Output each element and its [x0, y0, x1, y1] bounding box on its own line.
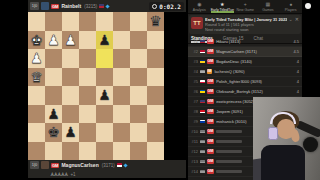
square-h2[interactable]: ♚ — [28, 31, 45, 50]
top-player-avatar[interactable] — [41, 2, 49, 10]
row-rank: #9 — [190, 119, 198, 124]
square-g7[interactable]: ♚ — [45, 123, 62, 142]
square-f1[interactable] — [62, 12, 79, 31]
row-flag-icon — [200, 140, 205, 143]
tournament-info: Early Titled Tuesday Blitz | January 31 … — [205, 17, 287, 32]
square-h3[interactable]: ♟ — [28, 49, 45, 68]
square-c5[interactable] — [113, 86, 130, 105]
square-h4[interactable]: ♛ — [28, 68, 45, 87]
square-f3[interactable] — [62, 49, 79, 68]
row-title-badge: IM — [207, 69, 213, 74]
row-title-badge: GM — [207, 109, 215, 114]
square-g3[interactable] — [45, 49, 62, 68]
row-rank: #14 — [190, 169, 198, 174]
row-score: 4 — [297, 89, 299, 94]
row-rank: #6 — [190, 89, 198, 94]
row-title-badge: GM — [207, 79, 215, 84]
row-player-name[interactable]: MagnusCarlsen (3171) — [216, 49, 291, 54]
square-f6[interactable] — [62, 105, 79, 124]
tournament-card-actions: ⌄ ✕ — [289, 17, 299, 22]
square-c3[interactable] — [113, 49, 130, 68]
row-title-badge: GM — [207, 119, 215, 124]
webcam-overlay — [253, 97, 320, 180]
square-d5[interactable]: ♟ — [96, 86, 113, 105]
row-title-badge: GM — [207, 149, 215, 154]
tab-label: Games — [262, 8, 273, 12]
bottom-player-gem-icon — [123, 163, 127, 167]
square-d6[interactable] — [96, 105, 113, 124]
standings-row-4[interactable]: #4IMlachesisQ (3090)4 — [188, 67, 302, 77]
top-clock-time: 0:02.2 — [159, 3, 181, 10]
square-d2[interactable]: ♟ — [96, 31, 113, 50]
row-title-badge: GM — [207, 139, 215, 144]
close-icon[interactable]: ✕ — [295, 17, 299, 22]
tab-icon: ◉ — [197, 2, 201, 7]
sidebar-tab-new-game[interactable]: +New Game — [234, 0, 257, 13]
row-rank: #7 — [190, 99, 198, 104]
square-f4[interactable] — [62, 68, 79, 87]
tab-label: New Game — [237, 8, 255, 12]
captured-pawn-icons: ♙♙♙♙♙ — [50, 171, 67, 177]
stream-frame: 1|0 GM Rainbelt (3215) 0:02.2 ♛♚♟♟♟♟♛♟♟♚… — [0, 0, 320, 180]
row-title-badge: GM — [207, 129, 215, 134]
square-f8[interactable] — [62, 142, 79, 161]
bottom-player-name[interactable]: MagnusCarlsen — [61, 162, 98, 168]
black-pawn-f7[interactable]: ♟ — [64, 123, 77, 142]
white-pawn-g2[interactable]: ♟ — [47, 31, 60, 50]
row-flag-icon — [200, 70, 205, 73]
row-flag-icon — [200, 110, 205, 113]
black-pawn-d5[interactable]: ♟ — [98, 86, 111, 105]
square-e7[interactable] — [79, 123, 96, 142]
square-c2[interactable] — [113, 31, 130, 50]
collapse-icon[interactable]: ⌄ — [289, 17, 293, 22]
square-g1[interactable] — [45, 12, 62, 31]
square-f7[interactable]: ♟ — [62, 123, 79, 142]
square-c1[interactable] — [113, 12, 130, 31]
row-title-badge: GM — [207, 169, 215, 174]
tab-icon: ▦ — [266, 2, 271, 7]
white-pawn-f2[interactable]: ♟ — [64, 31, 77, 50]
tournament-icon: TT — [191, 17, 203, 29]
standings-row-5[interactable]: #5GMPolish_fighter3000 (3093)4 — [188, 77, 302, 87]
tab-label: Early TitledTue — [211, 8, 234, 12]
tab-icon: ● — [289, 2, 292, 7]
square-h5[interactable] — [28, 86, 45, 105]
row-rank: #5 — [190, 79, 198, 84]
row-player-name[interactable]: Polish_fighter3000 (3093) — [216, 79, 295, 84]
row-flag-icon — [200, 160, 205, 163]
square-g5[interactable] — [45, 86, 62, 105]
black-pawn-d2[interactable]: ♟ — [98, 31, 111, 50]
tab-icon: ★ — [220, 2, 224, 7]
streamer-jacket — [261, 145, 305, 180]
top-player-bar: 1|0 GM Rainbelt (3215) 0:02.2 — [28, 0, 186, 12]
row-flag-icon — [200, 50, 205, 53]
square-c8[interactable] — [113, 142, 130, 161]
white-king-h2[interactable]: ♚ — [30, 31, 43, 50]
square-g4[interactable] — [45, 68, 62, 87]
square-e6[interactable] — [79, 105, 96, 124]
square-c6[interactable] — [113, 105, 130, 124]
row-flag-icon — [200, 60, 205, 63]
row-rank: #1 — [190, 39, 198, 44]
overlay-dot-icon — [305, 3, 311, 9]
standings-row-2[interactable]: #2GMMagnusCarlsen (3171)4.5 — [188, 47, 302, 57]
square-b3[interactable] — [130, 49, 147, 68]
square-b4[interactable] — [130, 68, 147, 87]
sidebar-tab-games[interactable]: ▦Games — [257, 0, 280, 13]
row-rank: #10 — [190, 129, 198, 134]
square-g8[interactable] — [45, 142, 62, 161]
sidebar-tab-analysis[interactable]: ◉Analysis — [188, 0, 211, 13]
row-title-badge: GM — [207, 59, 215, 64]
square-e3[interactable] — [79, 49, 96, 68]
row-rank: #2 — [190, 49, 198, 54]
bottom-player-title-badge: GM — [51, 163, 59, 168]
row-flag-icon — [200, 40, 205, 43]
row-score: 4 — [297, 59, 299, 64]
row-title-badge: GM — [207, 89, 215, 94]
square-b5[interactable] — [130, 86, 147, 105]
row-score: 4 — [297, 69, 299, 74]
tab-icon: + — [244, 2, 247, 7]
tournament-card[interactable]: TT Early Titled Tuesday Blitz | January … — [189, 15, 301, 34]
row-player-name[interactable]: Hikaru (3313) — [216, 39, 291, 44]
row-flag-icon — [200, 80, 205, 83]
row-score: 4.5 — [293, 49, 299, 54]
row-flag-icon — [200, 170, 205, 173]
square-b8[interactable] — [130, 142, 147, 161]
row-flag-icon — [200, 90, 205, 93]
square-a6[interactable] — [147, 105, 164, 124]
top-player-rating: (3215) — [84, 4, 97, 9]
chess-board[interactable]: ♛♚♟♟♟♟♛♟♟♚♟ — [28, 12, 164, 160]
row-title-badge: GM — [207, 159, 215, 164]
standings-row-6[interactable]: #6GMOleksandr_Bortnyk (3152)4 — [188, 87, 302, 97]
row-rank: #4 — [190, 69, 198, 74]
square-h6[interactable] — [28, 105, 45, 124]
tournament-status: Next round starting soon — [205, 27, 287, 32]
square-d7[interactable] — [96, 123, 113, 142]
standings-row-1[interactable]: #1GMHikaru (3313)4.5 — [188, 37, 302, 47]
square-d8[interactable] — [96, 142, 113, 161]
sidebar-tab-early-titledtue[interactable]: ★Early TitledTue — [211, 0, 234, 13]
square-d1[interactable] — [96, 12, 113, 31]
tab-label: Players — [285, 8, 297, 12]
row-player-name[interactable]: lachesisQ (3090) — [214, 69, 294, 74]
black-king-g7[interactable]: ♚ — [47, 123, 60, 142]
row-rank: #13 — [190, 159, 198, 164]
clock-icon — [152, 4, 157, 9]
row-rank: #12 — [190, 149, 198, 154]
standings-row-3[interactable]: #3GMBogdanDeac (3140)4 — [188, 57, 302, 67]
white-queen-h4[interactable]: ♛ — [30, 68, 43, 87]
bottom-player-flag-icon — [117, 163, 122, 167]
square-h7[interactable] — [28, 123, 45, 142]
row-score: 4 — [297, 79, 299, 84]
square-b7[interactable] — [130, 123, 147, 142]
sidebar-tab-bar: ◉Analysis★Early TitledTue+New Game▦Games… — [188, 0, 302, 14]
square-d3[interactable] — [96, 49, 113, 68]
headphones-earcup — [268, 127, 278, 140]
square-e2[interactable] — [79, 31, 96, 50]
row-flag-icon — [200, 120, 205, 123]
white-pawn-h3[interactable]: ♟ — [30, 49, 43, 68]
top-player-clock: 0:02.2 — [149, 2, 184, 11]
bottom-player-rating: (3171) — [102, 163, 115, 168]
black-pawn-g6[interactable]: ♟ — [47, 105, 60, 124]
square-g2[interactable]: ♟ — [45, 31, 62, 50]
square-f2[interactable]: ♟ — [62, 31, 79, 50]
row-player-name[interactable]: BogdanDeac (3140) — [216, 59, 295, 64]
square-a2[interactable] — [147, 31, 164, 50]
square-c4[interactable] — [113, 68, 130, 87]
material-advantage: +1 — [70, 172, 75, 177]
square-a1[interactable]: ♛ — [147, 12, 164, 31]
square-d4[interactable] — [96, 68, 113, 87]
streamer-hand — [290, 128, 301, 143]
row-flag-icon — [200, 100, 205, 103]
bottom-player-bar: 1|0 GM MagnusCarlsen (3171) ♙♙♙♙♙ +1 — [28, 160, 186, 178]
top-player-name[interactable]: Rainbelt — [61, 3, 81, 9]
bottom-player-avatar[interactable] — [41, 161, 49, 169]
row-rank: #8 — [190, 109, 198, 114]
time-control-badge: 1|0 — [30, 161, 39, 169]
sidebar-tab-players[interactable]: ●Players — [279, 0, 302, 13]
square-a3[interactable] — [147, 49, 164, 68]
square-g6[interactable]: ♟ — [45, 105, 62, 124]
row-score: 4.5 — [293, 39, 299, 44]
row-flag-icon — [200, 130, 205, 133]
square-a7[interactable] — [147, 123, 164, 142]
row-rank: #11 — [190, 139, 198, 144]
top-player-flag-icon — [99, 4, 104, 8]
row-title-badge: GM — [207, 49, 215, 54]
square-e5[interactable] — [79, 86, 96, 105]
top-player-title-badge: GM — [51, 4, 59, 9]
square-f5[interactable] — [62, 86, 79, 105]
row-player-name[interactable]: Oleksandr_Bortnyk (3152) — [216, 89, 295, 94]
black-queen-a1[interactable]: ♛ — [149, 12, 162, 31]
row-title-badge: GM — [207, 99, 215, 104]
square-h8[interactable] — [28, 142, 45, 161]
square-e8[interactable] — [79, 142, 96, 161]
square-h1[interactable] — [28, 12, 45, 31]
square-c7[interactable] — [113, 123, 130, 142]
square-a4[interactable] — [147, 68, 164, 87]
tab-label: Analysis — [193, 8, 206, 12]
square-b1[interactable] — [130, 12, 147, 31]
row-title-badge: GM — [207, 39, 215, 44]
square-a8[interactable] — [147, 142, 164, 161]
row-flag-icon — [200, 150, 205, 153]
square-b2[interactable] — [130, 31, 147, 50]
square-a5[interactable] — [147, 86, 164, 105]
square-b6[interactable] — [130, 105, 147, 124]
captured-pieces-row: ♙♙♙♙♙ +1 — [30, 171, 184, 177]
time-control-badge: 1|0 — [30, 2, 39, 10]
row-rank: #3 — [190, 59, 198, 64]
top-player-gem-icon — [106, 4, 110, 8]
microphone — [303, 137, 318, 152]
square-e1[interactable] — [79, 12, 96, 31]
square-e4[interactable] — [79, 68, 96, 87]
